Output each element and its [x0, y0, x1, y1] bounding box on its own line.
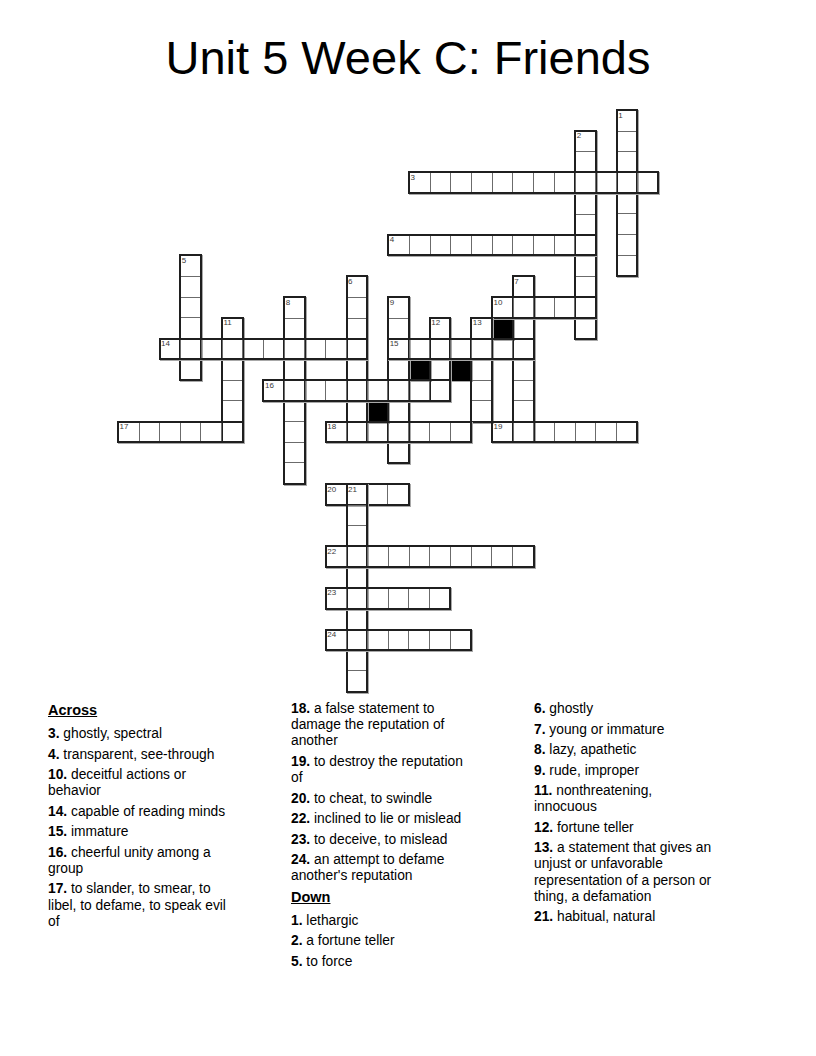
grid-cell[interactable] — [533, 173, 554, 192]
grid-cell[interactable] — [223, 319, 242, 339]
grid-cell[interactable] — [533, 423, 554, 442]
clue-item: 21. habitual, natural — [534, 909, 763, 925]
clue-item: 1. lethargic — [291, 913, 520, 929]
grid-cell[interactable] — [264, 381, 284, 400]
grid-cell[interactable] — [429, 340, 450, 359]
word-18-across — [325, 421, 472, 444]
grid-cell[interactable] — [533, 298, 554, 317]
grid-cell[interactable] — [389, 442, 408, 463]
grid-cell[interactable] — [223, 380, 242, 401]
word-13-down — [470, 317, 493, 423]
grid-cell[interactable] — [574, 298, 595, 317]
crossword-grid: 123456789101112131415161718192021222324 — [118, 110, 658, 692]
grid-cell[interactable] — [325, 340, 346, 359]
grid-cell[interactable] — [618, 255, 637, 276]
grid-cell[interactable] — [348, 567, 367, 588]
clue-text: a fortune teller — [303, 933, 395, 948]
grid-cell[interactable] — [181, 256, 200, 276]
grid-cell[interactable] — [513, 423, 534, 442]
clue-text: habitual, natural — [553, 909, 655, 924]
grid-cell[interactable] — [430, 173, 451, 192]
clue-number: 18. — [291, 701, 310, 716]
grid-cell[interactable] — [431, 319, 450, 339]
word-10-across — [491, 296, 597, 319]
grid-cell[interactable] — [263, 340, 284, 359]
grid-cell[interactable] — [429, 589, 450, 608]
grid-cell[interactable] — [450, 631, 471, 650]
grid-cell[interactable] — [430, 236, 451, 255]
clue-item: 8. lazy, apathetic — [534, 742, 763, 758]
clue-text: nonthreatening, innocuous — [534, 783, 652, 814]
grid-cell[interactable] — [348, 525, 367, 546]
grid-cell[interactable] — [576, 276, 595, 297]
grid-cell[interactable] — [408, 589, 429, 608]
clue-item: 23. to deceive, to mislead — [291, 832, 520, 848]
clue-item: 6. ghostly — [534, 701, 763, 717]
clue-number: 6. — [534, 701, 546, 716]
clue-item: 17. to slander, to smear, to libel, to d… — [48, 881, 277, 930]
grid-cell[interactable] — [367, 485, 388, 504]
grid-cell[interactable] — [388, 631, 409, 650]
grid-cell[interactable] — [388, 547, 409, 566]
grid-cell[interactable] — [491, 340, 512, 359]
grid-cell[interactable] — [348, 318, 367, 339]
grid-cell[interactable] — [409, 236, 430, 255]
clue-section-header: Across — [48, 702, 277, 719]
grid-cell[interactable] — [285, 359, 304, 380]
grid-cell[interactable] — [389, 359, 408, 380]
word-17-across — [117, 421, 244, 444]
clue-item: 10. deceitful actions or behavior — [48, 767, 277, 799]
grid-cell[interactable] — [285, 442, 304, 463]
grid-cell[interactable] — [159, 423, 180, 442]
grid-cell[interactable] — [576, 255, 595, 276]
clue-number: 22. — [291, 811, 310, 826]
clue-item: 15. immature — [48, 824, 277, 840]
grid-cell[interactable] — [284, 381, 305, 400]
grid-cell[interactable] — [554, 298, 575, 317]
grid-cell[interactable] — [450, 340, 471, 359]
grid-cell[interactable] — [618, 151, 637, 172]
grid-cell[interactable] — [514, 380, 533, 401]
black-cell — [366, 400, 389, 423]
clue-text: ghostly, spectral — [60, 726, 163, 741]
clue-number: 3. — [48, 726, 60, 741]
grid-cell[interactable] — [223, 400, 242, 421]
word-24-across — [325, 629, 472, 652]
grid-cell[interactable] — [304, 340, 325, 359]
clue-number: 24. — [291, 852, 310, 867]
clue-number: 14. — [48, 804, 67, 819]
grid-cell[interactable] — [512, 173, 533, 192]
grid-cell[interactable] — [493, 298, 513, 317]
grid-cell[interactable] — [346, 589, 367, 608]
grid-cell[interactable] — [514, 400, 533, 421]
black-cell — [491, 317, 514, 340]
clue-number: 5. — [291, 954, 303, 969]
grid-cell[interactable] — [348, 670, 367, 691]
grid-cell[interactable] — [346, 340, 367, 359]
grid-cell[interactable] — [285, 421, 304, 442]
grid-cell[interactable] — [408, 423, 429, 442]
clue-number: 17. — [48, 881, 67, 896]
grid-cell[interactable] — [348, 277, 367, 297]
grid-cell[interactable] — [472, 400, 491, 421]
clue-number: 8. — [534, 742, 546, 757]
clue-item: 19. to destroy the reputation of — [291, 754, 520, 786]
grid-cell[interactable] — [284, 340, 305, 359]
grid-cell[interactable] — [472, 319, 491, 339]
word-19-across — [491, 421, 638, 444]
clue-item: 3. ghostly, spectral — [48, 726, 277, 742]
grid-cell[interactable] — [575, 423, 596, 442]
word-4-across — [387, 234, 597, 257]
grid-cell[interactable] — [348, 608, 367, 629]
grid-cell[interactable] — [429, 423, 450, 442]
grid-cell[interactable] — [200, 423, 221, 442]
grid-cell[interactable] — [575, 173, 596, 192]
clue-text: capable of reading minds — [67, 804, 225, 819]
grid-cell[interactable] — [576, 151, 595, 172]
grid-cell[interactable] — [223, 359, 242, 380]
clue-item: 5. to force — [291, 954, 520, 970]
clue-text: to cheat, to swindle — [310, 791, 432, 806]
grid-cell[interactable] — [346, 631, 367, 650]
clue-item: 7. young or immature — [534, 722, 763, 738]
grid-cell[interactable] — [429, 631, 450, 650]
crossword-worksheet-page: Unit 5 Week C: Friends 12345678910111213… — [0, 0, 816, 1056]
grid-cell[interactable] — [595, 423, 616, 442]
grid-cell[interactable] — [450, 236, 471, 255]
clue-text: an attempt to defame another's reputatio… — [291, 852, 444, 883]
grid-cell[interactable] — [409, 340, 430, 359]
word-14-across — [159, 338, 369, 361]
clue-text: ghostly — [546, 701, 594, 716]
grid-cell[interactable] — [512, 547, 533, 566]
grid-cell[interactable] — [348, 485, 367, 505]
grid-cell[interactable] — [367, 547, 388, 566]
clue-item: 4. transparent, see-through — [48, 747, 277, 763]
clue-item: 2. a fortune teller — [291, 933, 520, 949]
grid-cell[interactable] — [285, 400, 304, 421]
grid-cell[interactable] — [161, 340, 181, 359]
grid-cell[interactable] — [327, 631, 347, 650]
word-22-across — [325, 545, 535, 568]
grid-cell[interactable] — [472, 359, 491, 380]
grid-cell[interactable] — [533, 236, 554, 255]
grid-cell[interactable] — [367, 589, 388, 608]
clue-number: 21. — [534, 909, 553, 924]
grid-cell[interactable] — [471, 340, 492, 359]
grid-cell[interactable] — [181, 276, 200, 297]
clue-number: 15. — [48, 824, 67, 839]
clue-text: lazy, apathetic — [546, 742, 637, 757]
grid-cell[interactable] — [222, 340, 243, 359]
black-cell — [449, 358, 472, 381]
clue-number: 10. — [48, 767, 67, 782]
grid-cell[interactable] — [408, 631, 429, 650]
clue-item: 22. inclined to lie or mislead — [291, 811, 520, 827]
grid-cell[interactable] — [618, 234, 637, 255]
grid-cell[interactable] — [367, 631, 388, 650]
clue-text: fortune teller — [553, 820, 634, 835]
clue-item: 13. a statement that gives an unjust or … — [534, 840, 763, 905]
grid-cell[interactable] — [139, 423, 160, 442]
grid-cell[interactable] — [181, 359, 200, 380]
grid-cell[interactable] — [514, 318, 533, 339]
grid-cell[interactable] — [616, 423, 637, 442]
grid-cell[interactable] — [389, 400, 408, 421]
grid-cell[interactable] — [554, 423, 575, 442]
grid-cell[interactable] — [285, 318, 304, 339]
grid-cell[interactable] — [327, 485, 347, 504]
grid-cell[interactable] — [576, 317, 595, 338]
grid-cell[interactable] — [327, 423, 347, 442]
grid-cell[interactable] — [429, 381, 450, 400]
grid-cell[interactable] — [429, 547, 450, 566]
grid-cell[interactable] — [616, 173, 637, 192]
grid-cell[interactable] — [450, 423, 471, 442]
clue-number: 16. — [48, 845, 67, 860]
grid-cell[interactable] — [472, 380, 491, 401]
clue-text: young or immature — [546, 722, 665, 737]
black-cell — [408, 358, 431, 381]
clue-number: 11. — [534, 783, 552, 798]
grid-cell[interactable] — [491, 547, 512, 566]
grid-cell[interactable] — [514, 277, 533, 297]
word-23-across — [325, 587, 452, 610]
clue-item: 24. an attempt to defame another's reput… — [291, 852, 520, 884]
clue-text: lethargic — [303, 913, 359, 928]
grid-cell[interactable] — [181, 297, 200, 318]
grid-cell[interactable] — [618, 213, 637, 234]
grid-cell[interactable] — [346, 547, 367, 566]
clue-text: inclined to lie or mislead — [310, 811, 461, 826]
grid-cell[interactable] — [618, 131, 637, 152]
grid-cell[interactable] — [327, 547, 347, 566]
grid-cell[interactable] — [348, 400, 367, 421]
grid-cell[interactable] — [201, 340, 222, 359]
clue-column: 6. ghostly7. young or immature8. lazy, a… — [534, 701, 777, 974]
page-title: Unit 5 Week C: Friends — [0, 30, 816, 85]
grid-cell[interactable] — [471, 547, 492, 566]
grid-cell[interactable] — [387, 485, 408, 504]
clue-number: 7. — [534, 722, 546, 737]
clue-item: 9. rude, improper — [534, 763, 763, 779]
grid-cell[interactable] — [514, 359, 533, 380]
clue-number: 4. — [48, 747, 60, 762]
grid-cell[interactable] — [325, 381, 346, 400]
grid-cell[interactable] — [387, 381, 408, 400]
grid-cell[interactable] — [618, 193, 637, 214]
grid-cell[interactable] — [471, 173, 492, 192]
grid-cell[interactable] — [305, 381, 326, 400]
grid-cell[interactable] — [450, 547, 471, 566]
grid-cell[interactable] — [346, 381, 367, 400]
clue-text: a false statement to damage the reputati… — [291, 701, 444, 748]
clues-section: Across3. ghostly, spectral4. transparent… — [48, 701, 777, 974]
clue-number: 23. — [291, 832, 310, 847]
word-3-across — [408, 171, 659, 194]
grid-cell[interactable] — [180, 340, 201, 359]
clue-column: 18. a false statement to damage the repu… — [291, 701, 534, 974]
grid-cell[interactable] — [450, 173, 471, 192]
clue-text: deceitful actions or behavior — [48, 767, 186, 798]
clue-text: to destroy the reputation of — [291, 754, 463, 785]
grid-cell[interactable] — [180, 423, 201, 442]
clue-number: 2. — [291, 933, 303, 948]
grid-cell[interactable] — [512, 236, 533, 255]
word-16-across — [262, 379, 451, 402]
grid-cell[interactable] — [512, 340, 533, 359]
clue-number: 20. — [291, 791, 310, 806]
grid-cell[interactable] — [242, 340, 263, 359]
word-5-down — [179, 254, 202, 381]
grid-cell[interactable] — [576, 132, 595, 152]
clue-column: Across3. ghostly, spectral4. transparent… — [48, 701, 291, 974]
clue-section-header: Down — [291, 889, 520, 906]
grid-cell[interactable] — [431, 359, 450, 380]
grid-cell[interactable] — [471, 236, 492, 255]
clue-text: transparent, see-through — [60, 747, 215, 762]
grid-cell[interactable] — [554, 173, 575, 192]
clue-item: 16. cheerful unity among a group — [48, 845, 277, 877]
clue-item: 20. to cheat, to swindle — [291, 791, 520, 807]
grid-cell[interactable] — [574, 236, 595, 255]
clue-number: 13. — [534, 840, 553, 855]
grid-cell[interactable] — [367, 381, 388, 400]
grid-cell[interactable] — [513, 298, 534, 317]
grid-cell[interactable] — [595, 173, 616, 192]
clue-number: 19. — [291, 754, 310, 769]
grid-cell[interactable] — [576, 193, 595, 214]
grid-cell[interactable] — [493, 423, 513, 442]
grid-cell[interactable] — [119, 423, 139, 442]
clue-item: 12. fortune teller — [534, 820, 763, 836]
clue-item: 18. a false statement to damage the repu… — [291, 701, 520, 750]
grid-cell[interactable] — [389, 298, 408, 318]
grid-cell[interactable] — [492, 173, 513, 192]
grid-cell[interactable] — [410, 173, 430, 192]
grid-cell[interactable] — [348, 505, 367, 526]
clue-text: to force — [303, 954, 353, 969]
grid-cell[interactable] — [221, 423, 242, 442]
grid-cell[interactable] — [348, 650, 367, 671]
grid-cell[interactable] — [348, 359, 367, 380]
clue-text: rude, improper — [546, 763, 640, 778]
clue-text: cheerful unity among a group — [48, 845, 211, 876]
clue-text: to deceive, to mislead — [310, 832, 447, 847]
word-15-across — [387, 338, 534, 361]
grid-cell[interactable] — [618, 111, 637, 131]
grid-cell[interactable] — [389, 340, 409, 359]
grid-cell[interactable] — [388, 589, 409, 608]
grid-cell[interactable] — [285, 298, 304, 318]
grid-cell[interactable] — [492, 236, 513, 255]
clue-number: 9. — [534, 763, 546, 778]
grid-cell[interactable] — [346, 423, 367, 442]
grid-cell[interactable] — [409, 547, 430, 566]
grid-cell[interactable] — [327, 589, 347, 608]
clue-text: immature — [67, 824, 128, 839]
grid-cell[interactable] — [576, 214, 595, 235]
grid-cell[interactable] — [637, 173, 658, 192]
grid-cell[interactable] — [408, 381, 429, 400]
grid-cell[interactable] — [181, 317, 200, 338]
grid-cell[interactable] — [554, 236, 575, 255]
grid-cell[interactable] — [348, 297, 367, 318]
clue-text: to slander, to smear, to libel, to defam… — [48, 881, 226, 928]
clue-number: 1. — [291, 913, 303, 928]
grid-cell[interactable] — [367, 423, 388, 442]
grid-cell[interactable] — [389, 318, 408, 339]
grid-cell[interactable] — [285, 462, 304, 483]
clue-number: 12. — [534, 820, 553, 835]
clue-item: 11. nonthreatening, innocuous — [534, 783, 763, 815]
clue-text: a statement that gives an unjust or unfa… — [534, 840, 711, 904]
clue-item: 14. capable of reading minds — [48, 804, 277, 820]
grid-cell[interactable] — [389, 236, 409, 255]
grid-cell[interactable] — [388, 423, 409, 442]
